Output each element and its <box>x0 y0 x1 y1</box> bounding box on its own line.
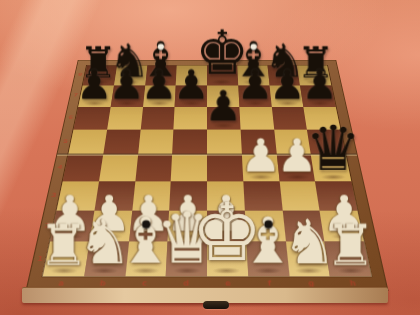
rank-label-7: 7 <box>71 93 80 97</box>
square-f6[interactable] <box>239 107 274 130</box>
latch-clasp-icon <box>203 301 229 309</box>
square-a4[interactable] <box>63 155 103 182</box>
square-c7[interactable]: ♟ <box>143 85 176 106</box>
piece-black-pawn-c7[interactable]: ♟ <box>141 64 177 105</box>
chess-board: ♜♞♝♚♝♞♜♟♟♟♟♟♟♟♟♟♟♛♟♟♟♟♟♟♜♞♝♛♚♝♞♜ <box>42 65 373 277</box>
square-b4[interactable] <box>99 155 138 182</box>
board-frame: ♜♞♝♚♝♞♜♟♟♟♟♟♟♟♟♟♟♛♟♟♟♟♟♟♜♞♝♛♚♝♞♜ abcdefg… <box>27 61 387 290</box>
piece-black-queen-h4[interactable]: ♛ <box>305 117 361 179</box>
fabric-background: ♜♞♝♚♝♞♜♟♟♟♟♟♟♟♟♟♟♛♟♟♟♟♟♟♜♞♝♛♚♝♞♜ abcdefg… <box>0 0 420 315</box>
rank-label-6: 6 <box>66 116 75 121</box>
black-finial-ball-icon <box>264 220 272 228</box>
square-f4[interactable]: ♟ <box>242 155 279 182</box>
rank-label-5: 5 <box>61 139 71 144</box>
square-b6[interactable] <box>107 107 143 130</box>
square-e5[interactable] <box>207 130 242 155</box>
square-c6[interactable] <box>140 107 175 130</box>
piece-black-pawn-f7[interactable]: ♟ <box>237 64 273 105</box>
piece-black-pawn-b7[interactable]: ♟ <box>109 64 145 105</box>
square-g1[interactable]: ♞ <box>285 242 330 276</box>
square-g7[interactable]: ♟ <box>269 85 303 106</box>
rank-label-8: 8 <box>76 73 85 77</box>
square-d6[interactable] <box>174 107 207 130</box>
piece-black-pawn-e6[interactable]: ♟ <box>205 86 243 128</box>
square-a5[interactable] <box>68 130 107 155</box>
square-c5[interactable] <box>138 130 174 155</box>
square-h7[interactable]: ♟ <box>300 85 336 106</box>
square-e4[interactable] <box>207 155 243 182</box>
square-d4[interactable] <box>171 155 207 182</box>
square-d7[interactable]: ♟ <box>175 85 207 106</box>
board-3d-scene: ♜♞♝♚♝♞♜♟♟♟♟♟♟♟♟♟♟♛♟♟♟♟♟♟♜♞♝♛♚♝♞♜ abcdefg… <box>0 0 420 315</box>
piece-white-pawn-f4[interactable]: ♟ <box>241 133 282 179</box>
square-b5[interactable] <box>103 130 140 155</box>
square-h1[interactable]: ♜ <box>325 242 371 276</box>
square-c4[interactable] <box>135 155 172 182</box>
square-h4[interactable]: ♛ <box>311 155 351 182</box>
square-a6[interactable] <box>73 107 110 130</box>
white-finial-ball-icon <box>157 44 163 50</box>
piece-black-pawn-g7[interactable]: ♟ <box>269 64 305 105</box>
square-d5[interactable] <box>172 130 207 155</box>
square-g6[interactable] <box>271 107 307 130</box>
piece-black-pawn-h7[interactable]: ♟ <box>301 64 337 105</box>
white-finial-ball-icon <box>250 44 256 50</box>
piece-white-rook-h1[interactable]: ♜ <box>325 217 376 273</box>
black-finial-ball-icon <box>142 220 150 228</box>
square-f7[interactable]: ♟ <box>238 85 271 106</box>
square-b7[interactable]: ♟ <box>110 85 144 106</box>
square-e6[interactable]: ♟ <box>207 107 240 130</box>
